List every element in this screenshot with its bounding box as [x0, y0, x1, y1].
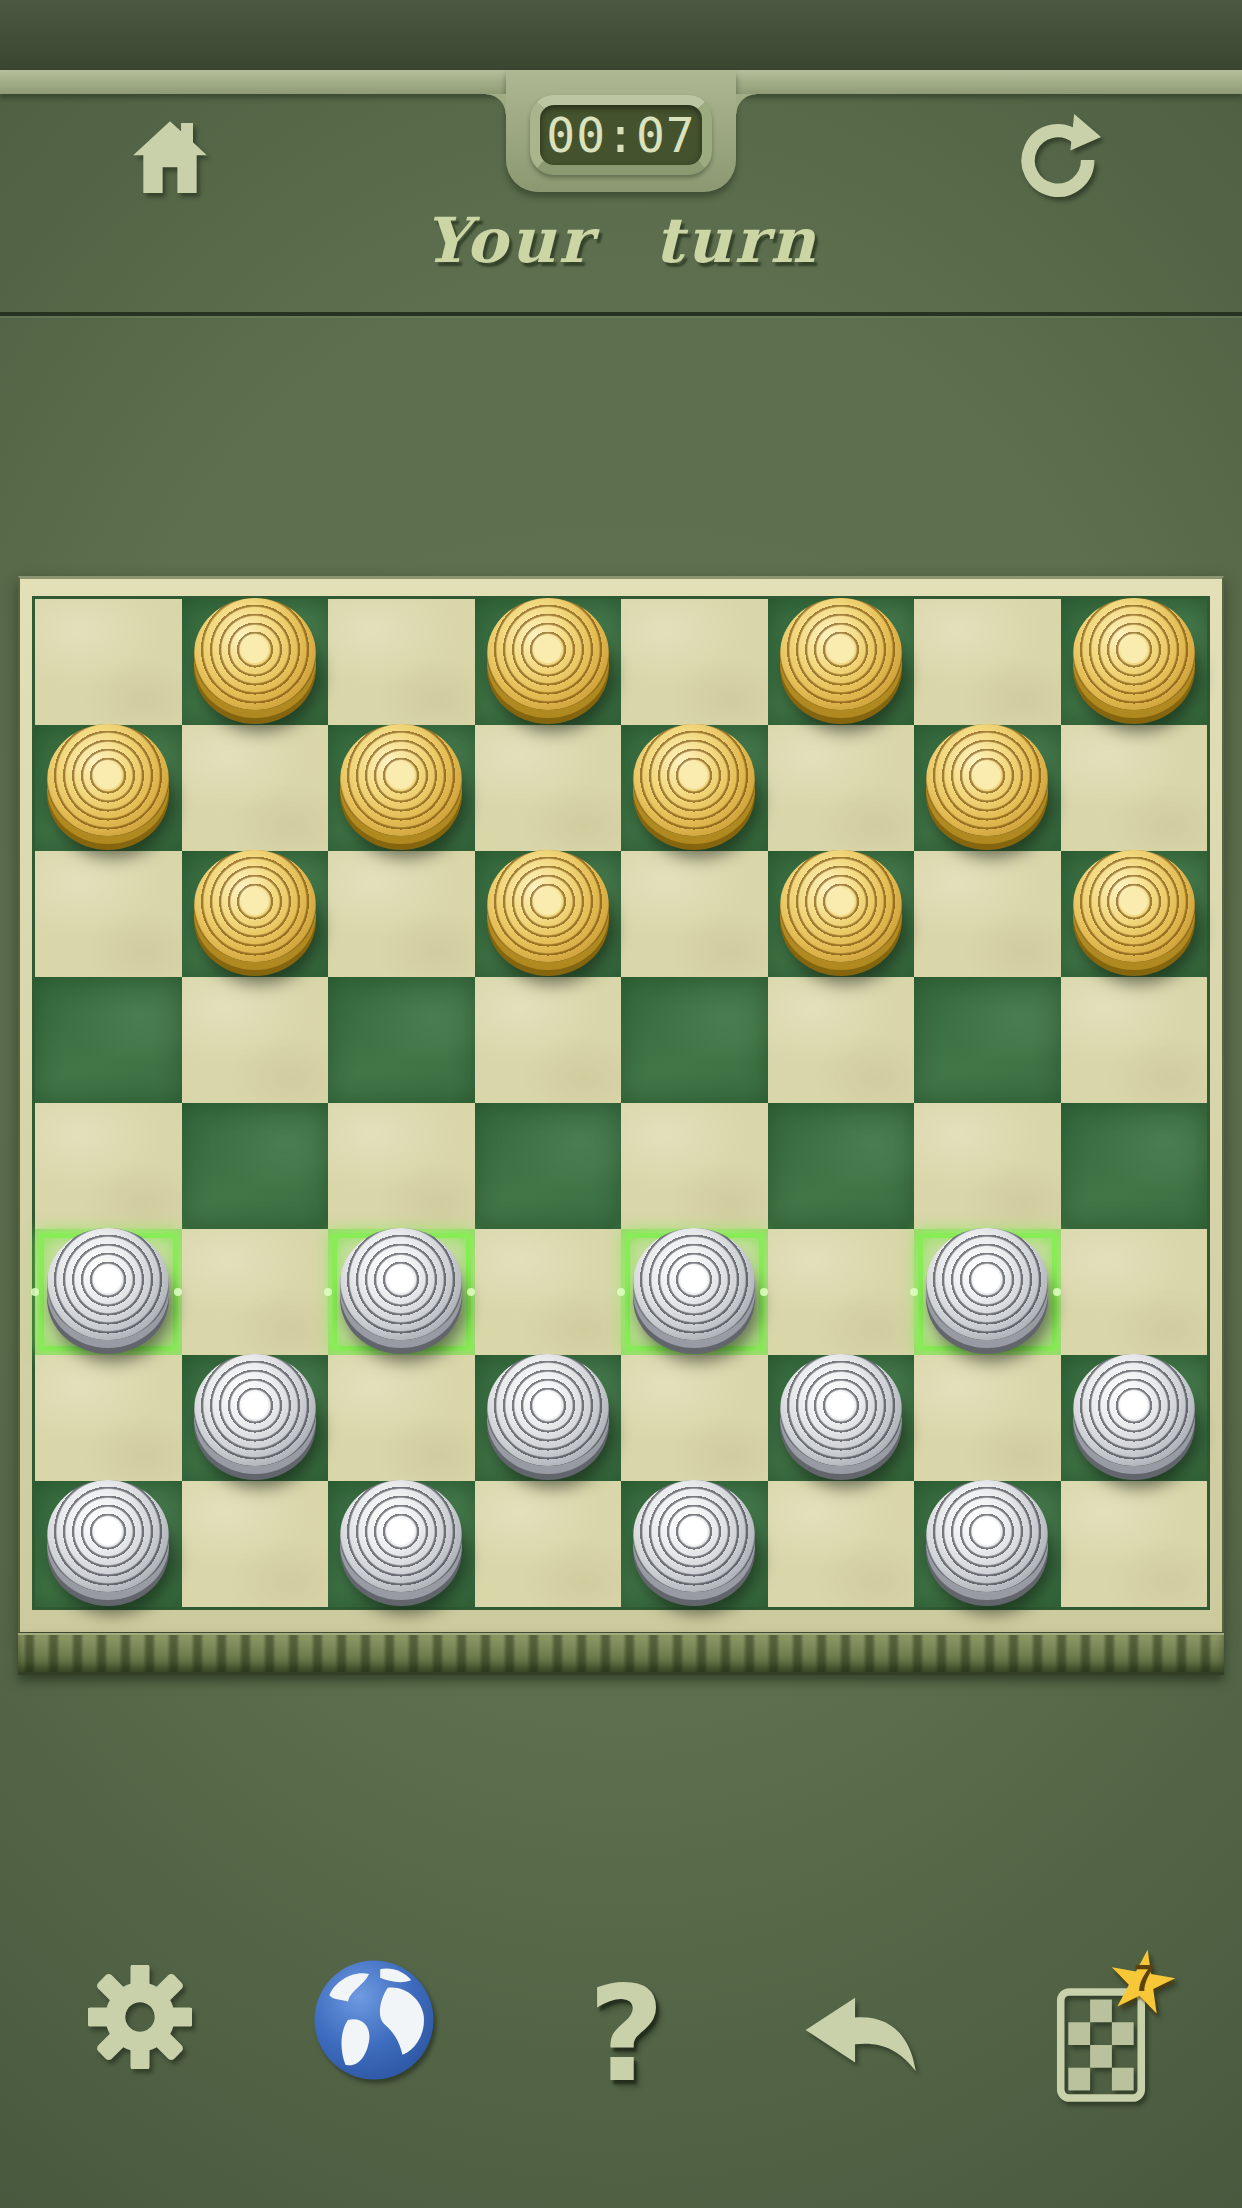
board-square-r4c7[interactable]: [1061, 1103, 1208, 1229]
board-square-r1c5: [768, 725, 915, 851]
board-square-r0c6: [914, 599, 1061, 725]
board-square-r4c5[interactable]: [768, 1103, 915, 1229]
board-square-r5c4[interactable]: [621, 1229, 768, 1355]
silver-checker-piece[interactable]: [926, 1228, 1048, 1340]
game-timer: 00:07: [530, 95, 712, 175]
gold-checker-piece[interactable]: [194, 850, 316, 962]
board-square-r6c7[interactable]: [1061, 1355, 1208, 1481]
home-button[interactable]: [122, 112, 218, 208]
board-square-r3c7: [1061, 977, 1208, 1103]
board-square-r5c6[interactable]: [914, 1229, 1061, 1355]
board-square-r5c0[interactable]: [35, 1229, 182, 1355]
badge-count: 7: [1134, 1958, 1154, 2000]
board-square-r7c0[interactable]: [35, 1481, 182, 1607]
turn-status: Your turn: [0, 204, 1242, 277]
gold-checker-piece[interactable]: [487, 850, 609, 962]
board-square-r5c3: [475, 1229, 622, 1355]
board-square-r5c5: [768, 1229, 915, 1355]
silver-checker-piece[interactable]: [1073, 1354, 1195, 1466]
settings-button[interactable]: [88, 1965, 192, 2073]
globe-icon: [312, 1958, 436, 2082]
board-square-r1c2[interactable]: [328, 725, 475, 851]
board-square-r1c6[interactable]: [914, 725, 1061, 851]
board-square-r4c2: [328, 1103, 475, 1229]
gear-icon: [88, 1965, 192, 2069]
board-square-r5c1: [182, 1229, 329, 1355]
board-square-r7c3: [475, 1481, 622, 1607]
gold-checker-piece[interactable]: [194, 598, 316, 710]
restart-button[interactable]: [1005, 112, 1105, 212]
gold-checker-piece[interactable]: [1073, 850, 1195, 962]
board-rope-trim: [18, 1633, 1224, 1675]
board-square-r4c3[interactable]: [475, 1103, 622, 1229]
board-square-r4c0: [35, 1103, 182, 1229]
board-square-r1c7: [1061, 725, 1208, 851]
board-square-r2c5[interactable]: [768, 851, 915, 977]
board-square-r7c6[interactable]: [914, 1481, 1061, 1607]
gold-checker-piece[interactable]: [780, 850, 902, 962]
board-square-r2c2: [328, 851, 475, 977]
board-square-r7c1: [182, 1481, 329, 1607]
board-square-r1c3: [475, 725, 622, 851]
board-square-r0c5[interactable]: [768, 599, 915, 725]
board-square-r0c3[interactable]: [475, 599, 622, 725]
timer-value: 00:07: [546, 107, 696, 163]
board-square-r6c0: [35, 1355, 182, 1481]
board-square-r1c0[interactable]: [35, 725, 182, 851]
star-badge: ★ 7: [1100, 1939, 1184, 2023]
board-square-r2c1[interactable]: [182, 851, 329, 977]
board-square-r1c1: [182, 725, 329, 851]
board-square-r7c4[interactable]: [621, 1481, 768, 1607]
language-button[interactable]: [312, 1958, 436, 2086]
silver-checker-piece[interactable]: [340, 1480, 462, 1592]
silver-checker-piece[interactable]: [47, 1228, 169, 1340]
silver-checker-piece[interactable]: [633, 1228, 755, 1340]
undo-arrow-icon: [800, 1990, 920, 2090]
home-icon: [122, 112, 218, 204]
board-square-r5c2[interactable]: [328, 1229, 475, 1355]
board-square-r0c0: [35, 599, 182, 725]
board-square-r6c4: [621, 1355, 768, 1481]
board-square-r5c7: [1061, 1229, 1208, 1355]
board-square-r7c5: [768, 1481, 915, 1607]
silver-checker-piece[interactable]: [47, 1480, 169, 1592]
board-square-r0c2: [328, 599, 475, 725]
board-square-r0c7[interactable]: [1061, 599, 1208, 725]
board-square-r4c6: [914, 1103, 1061, 1229]
checkers-app-screen: 00:07 Your turn: [0, 0, 1242, 2208]
board-square-r4c4: [621, 1103, 768, 1229]
board-square-r2c6: [914, 851, 1061, 977]
board-square-r6c2: [328, 1355, 475, 1481]
board-square-r3c5: [768, 977, 915, 1103]
help-button[interactable]: ?: [588, 1968, 665, 2100]
board-square-r0c1[interactable]: [182, 599, 329, 725]
board-square-r6c6: [914, 1355, 1061, 1481]
board-square-r3c1: [182, 977, 329, 1103]
gold-checker-piece[interactable]: [926, 724, 1048, 836]
gold-checker-piece[interactable]: [1073, 598, 1195, 710]
board-frame: [18, 576, 1224, 1632]
board-square-r7c2[interactable]: [328, 1481, 475, 1607]
board-square-r2c3[interactable]: [475, 851, 622, 977]
gold-checker-piece[interactable]: [47, 724, 169, 836]
board-square-r3c0[interactable]: [35, 977, 182, 1103]
board-square-r1c4[interactable]: [621, 725, 768, 851]
silver-checker-piece[interactable]: [926, 1480, 1048, 1592]
board-square-r3c3: [475, 977, 622, 1103]
board-square-r3c2[interactable]: [328, 977, 475, 1103]
silver-checker-piece[interactable]: [487, 1354, 609, 1466]
question-mark-icon: ?: [588, 1957, 665, 2111]
board-square-r0c4: [621, 599, 768, 725]
undo-button[interactable]: [800, 1990, 920, 2094]
board-square-r2c0: [35, 851, 182, 977]
gold-checker-piece[interactable]: [780, 598, 902, 710]
top-status-strip: [0, 0, 1242, 70]
checkers-board[interactable]: [35, 599, 1207, 1607]
board-square-r3c6[interactable]: [914, 977, 1061, 1103]
board-square-r3c4[interactable]: [621, 977, 768, 1103]
board-square-r7c7: [1061, 1481, 1208, 1607]
gold-checker-piece[interactable]: [487, 598, 609, 710]
board-square-r4c1[interactable]: [182, 1103, 329, 1229]
board-square-r6c1[interactable]: [182, 1355, 329, 1481]
silver-checker-piece[interactable]: [780, 1354, 902, 1466]
header-divider: [0, 312, 1242, 316]
board-square-r6c3[interactable]: [475, 1355, 622, 1481]
silver-checker-piece[interactable]: [633, 1480, 755, 1592]
board-square-r2c4: [621, 851, 768, 977]
gold-checker-piece[interactable]: [633, 724, 755, 836]
gold-checker-piece[interactable]: [340, 724, 462, 836]
silver-checker-piece[interactable]: [340, 1228, 462, 1340]
new-game-button[interactable]: ★ 7: [1056, 1985, 1146, 2109]
board-square-r6c5[interactable]: [768, 1355, 915, 1481]
silver-checker-piece[interactable]: [194, 1354, 316, 1466]
board-square-r2c7[interactable]: [1061, 851, 1208, 977]
restart-icon: [1005, 112, 1105, 208]
